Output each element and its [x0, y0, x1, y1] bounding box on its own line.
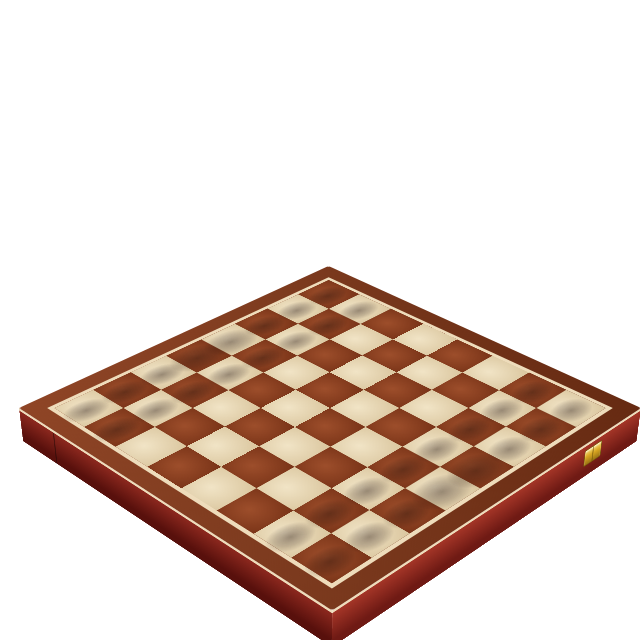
fold-seam	[53, 432, 58, 464]
white-pawn-glyph: ♟	[176, 314, 215, 396]
white-pawn-glyph: ♟	[211, 298, 250, 378]
gold-hinge	[583, 440, 602, 468]
white-pawn-glyph: ♟	[279, 267, 316, 344]
board-field: ♜♞♝♚♛♝♞♜♟♟♟♟♟♟♟♟♟♟♟♟♟♟♟♟♜♞♝♚♛♝♞♜	[47, 277, 613, 588]
white-pawn-glyph: ♟	[246, 282, 284, 361]
white-pawn-glyph: ♟	[99, 348, 140, 433]
white-pawn-glyph: ♟	[138, 330, 178, 413]
chess-set-photo: ♜♞♝♚♛♝♞♜♟♟♟♟♟♟♟♟♟♟♟♟♟♟♟♟♜♞♝♚♛♝♞♜	[0, 0, 640, 640]
square-h5[interactable]	[181, 467, 256, 511]
chess-board: ♜♞♝♚♛♝♞♜♟♟♟♟♟♟♟♟♟♟♟♟♟♟♟♟♜♞♝♚♛♝♞♜	[19, 266, 640, 610]
black-rook-glyph: ♜	[305, 449, 360, 564]
white-pawn-glyph: ♟	[311, 253, 347, 329]
board-top-frame: ♜♞♝♚♛♝♞♜♟♟♟♟♟♟♟♟♟♟♟♟♟♟♟♟♜♞♝♚♛♝♞♜	[19, 266, 640, 610]
